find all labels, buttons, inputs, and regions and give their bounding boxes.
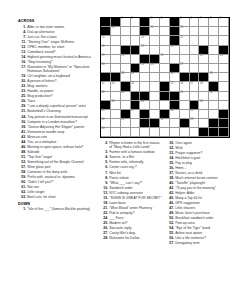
clue-item: 56.Like a life sentence? bbox=[166, 236, 229, 240]
clue-item: 30.Over again bbox=[166, 141, 229, 145]
grid-cell[interactable]: 1 bbox=[121, 18, 131, 27]
grid-cell[interactable]: 30 bbox=[170, 73, 180, 82]
clue-text: Wish bbox=[175, 146, 229, 150]
down-clues-column-2: 30.Over again32.Wish33.Prayer supporter?… bbox=[166, 141, 229, 246]
grid-cell[interactable] bbox=[111, 119, 121, 128]
clue-item: 35.Pay to play bbox=[166, 161, 229, 165]
grid-cell[interactable]: 48 bbox=[170, 110, 180, 119]
grid-cell[interactable] bbox=[190, 46, 200, 55]
clue-number: 55. bbox=[166, 231, 175, 235]
grid-cell[interactable] bbox=[140, 128, 150, 137]
clue-item: 57.Derogatory term bbox=[166, 241, 229, 245]
clue-text: Center court org.? bbox=[109, 165, 162, 169]
clue-number: 2. bbox=[100, 141, 109, 150]
grid-cell-black bbox=[101, 18, 111, 27]
grid-cell[interactable]: 39 bbox=[101, 92, 111, 101]
grid-cell[interactable]: 12 bbox=[180, 27, 190, 36]
clue-text: "SIGNS IS GREAT FOR SECRET" bbox=[109, 196, 162, 200]
grid-cell-black bbox=[209, 119, 219, 128]
clue-text: Lawn base bbox=[109, 201, 162, 205]
clue-item: 41.Vietnamese noodle soup bbox=[18, 130, 98, 134]
clue-text: Dial-up alternative bbox=[27, 30, 98, 34]
grid-cell[interactable]: 51 bbox=[121, 119, 131, 128]
clue-text: Vietnamese noodle soup bbox=[27, 130, 98, 134]
grid-cell[interactable] bbox=[150, 82, 160, 91]
grid-cell[interactable] bbox=[180, 110, 190, 119]
cell-number: 9 bbox=[220, 18, 221, 21]
clue-text: "Wise Blood" writer Flannery bbox=[109, 206, 162, 210]
clue-number: 7. bbox=[100, 171, 109, 175]
clue-text: Over again bbox=[175, 141, 229, 145]
grid-cell[interactable] bbox=[150, 110, 160, 119]
down-clues-column-1: 2.Rhyme scheme in the first stanza of "M… bbox=[100, 141, 162, 241]
grid-cell[interactable]: 35 bbox=[170, 82, 180, 91]
clue-text: Not con bbox=[27, 185, 98, 189]
grid-cell[interactable] bbox=[219, 27, 229, 36]
clue-item: 25.Modern art? bbox=[100, 221, 162, 225]
cell-number: 32 bbox=[102, 83, 105, 86]
clue-number: 1. bbox=[18, 25, 27, 29]
cell-number: 54 bbox=[102, 128, 105, 131]
clue-number: 33. bbox=[166, 151, 175, 155]
grid-cell[interactable] bbox=[199, 27, 209, 36]
clue-number: 62. bbox=[18, 190, 27, 194]
grid-cell[interactable]: 20 bbox=[121, 55, 131, 64]
grid-cell[interactable] bbox=[150, 46, 160, 55]
grid-cell[interactable]: 53 bbox=[190, 119, 200, 128]
clue-text: Former wife, informally bbox=[109, 160, 162, 164]
grid-cell[interactable] bbox=[180, 101, 190, 110]
grid-cell[interactable]: 8 bbox=[209, 18, 219, 27]
grid-cell[interactable] bbox=[209, 46, 219, 55]
grid-cell[interactable]: 42 bbox=[209, 92, 219, 101]
grid-cell[interactable] bbox=[170, 128, 180, 137]
clue-number: 13. bbox=[18, 50, 27, 54]
grid-cell[interactable] bbox=[140, 82, 150, 91]
grid-cell[interactable] bbox=[209, 101, 219, 110]
grid-cell[interactable] bbox=[209, 110, 219, 119]
cell-number: 29 bbox=[131, 73, 134, 76]
grid-cell[interactable] bbox=[170, 55, 180, 64]
clue-text: Hmm... bbox=[175, 166, 229, 170]
grid-cell[interactable]: 27 bbox=[180, 64, 190, 73]
clue-number: 25. bbox=[18, 94, 27, 98]
clue-item: 47.Little shavers bbox=[166, 206, 229, 210]
grid-cell[interactable]: 11 bbox=[150, 27, 160, 36]
clue-number: 21. bbox=[100, 206, 109, 210]
clue-number: 50. bbox=[166, 216, 175, 220]
grid-cell[interactable]: 10 bbox=[111, 27, 121, 36]
grid-cell[interactable] bbox=[219, 92, 229, 101]
clue-number: 52. bbox=[18, 160, 27, 164]
grid-cell[interactable] bbox=[131, 55, 141, 64]
grid-cell[interactable] bbox=[150, 128, 160, 137]
grid-cell[interactable] bbox=[121, 27, 131, 36]
grid-cell[interactable] bbox=[190, 36, 200, 45]
clue-number: 14. bbox=[18, 55, 27, 59]
grid-cell[interactable]: 41 bbox=[180, 92, 190, 101]
clue-text: Rub in antiquity? bbox=[109, 211, 162, 215]
grid-cell[interactable] bbox=[219, 101, 229, 110]
grid-cell[interactable] bbox=[160, 73, 170, 82]
grid-cell-black bbox=[209, 128, 219, 137]
grid-cell[interactable] bbox=[160, 64, 170, 73]
clue-number: 51. bbox=[18, 155, 27, 159]
grid-cell[interactable]: 44 bbox=[140, 101, 150, 110]
clue-number: 54. bbox=[166, 226, 175, 230]
clue-number: 34. bbox=[18, 115, 27, 119]
grid-cell[interactable] bbox=[190, 128, 200, 137]
clue-number: 6. bbox=[100, 165, 109, 169]
cell-number: 10 bbox=[111, 27, 114, 30]
clue-item: 7.Wee bit bbox=[100, 171, 162, 175]
clue-item: 11."Starting Over" singer McEntire bbox=[18, 40, 98, 44]
grid-cell[interactable] bbox=[111, 64, 121, 73]
clue-number: 36. bbox=[166, 166, 175, 170]
clue-number: 18. bbox=[100, 201, 109, 205]
grid-cell[interactable] bbox=[160, 101, 170, 110]
clue-item: 48.Subside bbox=[18, 150, 98, 154]
grid-cell[interactable] bbox=[150, 101, 160, 110]
clue-text: "Tartuffe" playwright bbox=[175, 181, 229, 185]
clue-text: Taxis bbox=[27, 99, 98, 103]
grid-cell[interactable] bbox=[150, 92, 160, 101]
grid-cell[interactable] bbox=[160, 36, 170, 45]
grid-cell[interactable] bbox=[209, 36, 219, 45]
cell-number: 31 bbox=[210, 73, 213, 76]
clue-item: 16."Stop hesitating!" bbox=[18, 60, 98, 64]
grid-cell[interactable] bbox=[140, 73, 150, 82]
grid-cell[interactable]: 54 bbox=[101, 128, 111, 137]
clue-text: Prayer supporter? bbox=[175, 151, 229, 155]
cell-number: 8 bbox=[210, 18, 211, 21]
grid-cell[interactable] bbox=[190, 27, 200, 36]
cell-number: 52 bbox=[161, 119, 164, 122]
clue-number: 35. bbox=[166, 161, 175, 165]
clue-text: Modern art? bbox=[109, 221, 162, 225]
grid-cell[interactable]: 2 bbox=[131, 18, 141, 27]
grid-cell[interactable] bbox=[121, 101, 131, 110]
cell-number: 37 bbox=[190, 83, 193, 86]
clue-number: 46. bbox=[18, 145, 27, 149]
clue-number: 4. bbox=[18, 30, 27, 34]
clue-item: 40."Tartuffe" playwright bbox=[166, 181, 229, 185]
clue-text: Pay to play bbox=[175, 161, 229, 165]
clue-number: 28. bbox=[100, 236, 109, 240]
grid-cell[interactable] bbox=[190, 64, 200, 73]
across-header: ACROSS bbox=[18, 19, 98, 24]
clue-text: NYC subway overseer bbox=[109, 191, 162, 195]
grid-cell[interactable]: 7 bbox=[199, 18, 209, 27]
grid-cell[interactable]: 43 bbox=[111, 101, 121, 110]
grid-cell[interactable]: 28 bbox=[121, 73, 131, 82]
cell-number: 24 bbox=[102, 64, 105, 67]
clue-text: Farmer with a famous rainbow bbox=[109, 150, 162, 154]
cell-number: 49 bbox=[190, 110, 193, 113]
clue-number: 27. bbox=[100, 231, 109, 235]
crossword-grid[interactable]: 1234567891011121314151617181920212223242… bbox=[100, 17, 230, 138]
crossword-page: ACROSS 1.Abbr. in two state names4.Dial-… bbox=[0, 0, 232, 300]
clue-text: Compete in a London marathon? bbox=[27, 120, 98, 124]
clue-item: 61.Not con bbox=[18, 185, 98, 189]
clue-text: "Stop hesitating!" bbox=[27, 60, 98, 64]
clue-text: Nurses, as a drink bbox=[175, 171, 229, 175]
down-clue-list-2: 30.Over again32.Wish33.Prayer supporter?… bbox=[166, 141, 229, 246]
grid-cell[interactable]: 33 bbox=[111, 82, 121, 91]
grid-cell[interactable]: 9 bbox=[219, 18, 229, 27]
grid-cell[interactable] bbox=[111, 128, 121, 137]
clue-item: 4.Dial-up alternative bbox=[18, 30, 98, 34]
grid-cell[interactable] bbox=[170, 119, 180, 128]
cell-number: 27 bbox=[180, 64, 183, 67]
grid-cell-black bbox=[140, 110, 150, 119]
grid-cell-black bbox=[199, 128, 209, 137]
clue-text: "Eye of the Tiger" band bbox=[175, 226, 229, 230]
clue-number: 43. bbox=[18, 135, 27, 139]
clue-item: 14.Highest-grossing music festival in Am… bbox=[18, 55, 98, 59]
grid-cell[interactable] bbox=[131, 36, 141, 45]
grid-cell[interactable] bbox=[219, 36, 229, 45]
grid-cell[interactable] bbox=[190, 92, 200, 101]
grid-cell[interactable] bbox=[150, 73, 160, 82]
clue-text: Basketball's Channing bbox=[27, 109, 98, 113]
cell-number: 30 bbox=[171, 73, 174, 76]
grid-cell[interactable] bbox=[111, 110, 121, 119]
grid-cell[interactable] bbox=[121, 128, 131, 137]
cell-number: 28 bbox=[121, 73, 124, 76]
cell-number: 12 bbox=[180, 27, 183, 30]
cell-number: 46 bbox=[102, 110, 105, 113]
clue-number: 12. bbox=[18, 45, 27, 49]
clue-number: 39. bbox=[18, 125, 27, 129]
grid-cell[interactable] bbox=[111, 55, 121, 64]
grid-cell-black bbox=[180, 119, 190, 128]
cell-number: 15 bbox=[180, 37, 183, 40]
grid-cell[interactable]: 18 bbox=[170, 46, 180, 55]
clue-text: Little singer bbox=[27, 190, 98, 194]
grid-cell[interactable] bbox=[150, 36, 160, 45]
grid-cell[interactable] bbox=[111, 46, 121, 55]
grid-cell-black bbox=[131, 46, 141, 55]
cell-number: 39 bbox=[102, 92, 105, 95]
grid-cell[interactable]: 25 bbox=[140, 64, 150, 73]
grid-cell[interactable]: 26 bbox=[150, 64, 160, 73]
clue-number: 19. bbox=[18, 74, 27, 78]
clue-item: 37.Nurses, as a drink bbox=[166, 171, 229, 175]
grid-cell-black bbox=[111, 73, 121, 82]
clue-text: Wee bit bbox=[109, 171, 162, 175]
clue-item: 52.Post-op area bbox=[166, 221, 229, 225]
clue-item: 4.Swerve, to a Brit bbox=[100, 155, 162, 159]
clue-number: 48. bbox=[18, 150, 27, 154]
grid-cell[interactable] bbox=[219, 64, 229, 73]
grid-cell[interactable] bbox=[199, 36, 209, 45]
cell-number: 47 bbox=[131, 110, 134, 113]
grid-cell-black bbox=[101, 73, 111, 82]
grid-cell-black bbox=[160, 92, 170, 101]
grid-cell[interactable] bbox=[160, 128, 170, 137]
cell-number: 45 bbox=[200, 101, 203, 104]
cell-number: 16 bbox=[102, 46, 105, 49]
grid-cell[interactable] bbox=[121, 36, 131, 45]
grid-cell[interactable]: 29 bbox=[131, 73, 141, 82]
clue-number: 4. bbox=[100, 155, 109, 159]
grid-cell[interactable] bbox=[219, 73, 229, 82]
clue-item: 43.Mexican coin bbox=[18, 135, 98, 139]
clue-item: 39."Dancer Adjusting Her Slipper" painte… bbox=[18, 125, 98, 129]
grid-cell[interactable]: 31 bbox=[209, 73, 219, 82]
grid-cell[interactable]: 6 bbox=[190, 18, 200, 27]
clue-text: "What ___ can I say?" bbox=[109, 181, 162, 185]
clue-number: 45. bbox=[166, 196, 175, 200]
clue-text: Sarcastic reply bbox=[109, 226, 162, 230]
clue-text: Helper: Abbr. bbox=[175, 191, 229, 195]
grid-cell[interactable] bbox=[199, 64, 209, 73]
clue-item: 8.Poetic tribute bbox=[100, 176, 162, 180]
clue-item: 13.Comeback sound? bbox=[18, 50, 98, 54]
clue-item: 33.Prayer supporter? bbox=[166, 151, 229, 155]
grid-cell[interactable] bbox=[111, 36, 121, 45]
clue-item: 12.OPEC member, for short bbox=[18, 45, 98, 49]
clue-text: Nickname for Dallas bbox=[109, 236, 162, 240]
grid-cell[interactable] bbox=[131, 27, 141, 36]
clue-number: 1. bbox=[18, 207, 27, 211]
down-header: DOWN bbox=[18, 202, 98, 207]
grid-cell[interactable] bbox=[209, 55, 219, 64]
grid-cell-black bbox=[170, 27, 180, 36]
clue-text: Just cut, like a lawn bbox=[27, 35, 98, 39]
clue-text: Airline seat option bbox=[175, 231, 229, 235]
grid-cell[interactable] bbox=[131, 119, 141, 128]
clue-text: Ctrl neighbor, on a keyboard bbox=[27, 74, 98, 78]
clue-number: 30. bbox=[166, 141, 175, 145]
grid-cell[interactable]: 38 bbox=[199, 82, 209, 91]
clue-number: 29. bbox=[18, 104, 27, 108]
across-clue-list: 1.Abbr. in two state names4.Dial-up alte… bbox=[18, 25, 98, 199]
clue-number: 46. bbox=[166, 201, 175, 205]
grid-cell[interactable]: 40 bbox=[121, 92, 131, 101]
grid-cell[interactable]: 21 bbox=[160, 55, 170, 64]
grid-cell[interactable] bbox=[199, 119, 209, 128]
cell-number: 4 bbox=[161, 18, 162, 21]
clue-item: 57.Wine glass part bbox=[18, 165, 98, 169]
grid-cell[interactable] bbox=[190, 55, 200, 64]
cell-number: 7 bbox=[200, 18, 201, 21]
clue-item: 54."Eye of the Tiger" band bbox=[166, 226, 229, 230]
grid-cell[interactable] bbox=[180, 128, 190, 137]
cell-number: 36 bbox=[180, 83, 183, 86]
clue-item: 22.Rub in antiquity? bbox=[100, 211, 162, 215]
clue-item: 58.Container in the dairy aisle bbox=[18, 170, 98, 174]
clue-number: 24. bbox=[100, 216, 109, 220]
grid-cell[interactable]: 15 bbox=[180, 36, 190, 45]
clue-item: 23.Handle, as power bbox=[18, 89, 98, 93]
clue-number: 10. bbox=[100, 186, 109, 190]
clue-text: Sandwich order bbox=[109, 186, 162, 190]
clue-number: 43. bbox=[166, 191, 175, 195]
clue-item: 63.Beef cuts, for short bbox=[18, 195, 98, 199]
clue-text: Comeback sound? bbox=[27, 50, 98, 54]
clue-number: 52. bbox=[166, 221, 175, 225]
clue-number: 36. bbox=[18, 120, 27, 124]
cell-number: 18 bbox=[171, 46, 174, 49]
clue-text: Many a Top 40 hit bbox=[175, 196, 229, 200]
grid-cell-black bbox=[140, 119, 150, 128]
grid-cell[interactable]: 23 bbox=[219, 55, 229, 64]
grid-cell-black bbox=[170, 92, 180, 101]
clue-item: 49.Music lover's purchase bbox=[166, 211, 229, 215]
clue-text: "Dancer Adjusting Her Slipper" painter bbox=[27, 125, 98, 129]
clue-number: 49. bbox=[166, 211, 175, 215]
clue-number: 5. bbox=[100, 160, 109, 164]
clue-item: 43.Helper: Abbr. bbox=[166, 191, 229, 195]
cell-number: 22 bbox=[200, 55, 203, 58]
clue-number: 3. bbox=[100, 150, 109, 154]
cell-number: 34 bbox=[131, 83, 134, 86]
clue-text: Breakfast sandwich order bbox=[175, 216, 229, 220]
clue-text: Rhyme scheme in the first stanza of "Mar… bbox=[109, 141, 162, 150]
cell-number: 20 bbox=[121, 55, 124, 58]
grid-cell[interactable] bbox=[209, 27, 219, 36]
grid-cell-black bbox=[101, 27, 111, 36]
grid-cell[interactable]: 17 bbox=[140, 46, 150, 55]
cell-number: 43 bbox=[111, 101, 114, 104]
clue-item: 15."SIGNS IS GREAT FOR SECRET" bbox=[100, 196, 162, 200]
grid-cell-black bbox=[199, 73, 209, 82]
clue-item: 60."Didn't I tell you?" bbox=[18, 180, 98, 184]
grid-cell[interactable] bbox=[160, 27, 170, 36]
grid-cell-black bbox=[219, 119, 229, 128]
grid-cell[interactable]: 37 bbox=[190, 82, 200, 91]
clue-number: 9. bbox=[100, 181, 109, 185]
cell-number: 33 bbox=[111, 83, 114, 86]
grid-cell[interactable]: 47 bbox=[131, 110, 141, 119]
grid-cell[interactable]: 52 bbox=[160, 119, 170, 128]
clue-text: Subside bbox=[27, 150, 98, 154]
grid-cell[interactable]: 24 bbox=[101, 64, 111, 73]
clue-text: Something out of the Beagle Channel bbox=[27, 160, 98, 164]
clue-item: 20.A person of letters? bbox=[18, 79, 98, 83]
clue-item: 50.Breakfast sandwich order bbox=[166, 216, 229, 220]
grid-cell[interactable]: 34 bbox=[131, 82, 141, 91]
clue-item: 62.Little singer bbox=[18, 190, 98, 194]
grid-cell-black bbox=[150, 119, 160, 128]
clue-item: 38.Much internet forum content bbox=[166, 176, 229, 180]
clue-number: 16. bbox=[18, 60, 27, 64]
clue-item: 36.Compete in a London marathon? bbox=[18, 120, 98, 124]
grid-cell[interactable] bbox=[180, 46, 190, 55]
grid-cell-black bbox=[219, 128, 229, 137]
grid-cell[interactable] bbox=[219, 82, 229, 91]
grid-cell[interactable]: 4 bbox=[160, 18, 170, 27]
clue-text: Like a life sentence? bbox=[175, 236, 229, 240]
clue-item: 6.Center court org.? bbox=[100, 165, 162, 169]
clue-item: 34.Hitchhiker's goal bbox=[166, 156, 229, 160]
clue-number: 11. bbox=[18, 40, 27, 44]
grid-cell[interactable] bbox=[199, 110, 209, 119]
cell-number: 26 bbox=[151, 64, 154, 67]
clue-number: 20. bbox=[18, 79, 27, 83]
clue-text: Highest-grossing music festival in Ameri… bbox=[27, 55, 98, 59]
cell-number: 38 bbox=[200, 83, 203, 86]
grid-cell[interactable] bbox=[131, 128, 141, 137]
clue-item: 1.Abbr. in two state names bbox=[18, 25, 98, 29]
grid-cell[interactable]: 45 bbox=[199, 101, 209, 110]
grid-cell[interactable]: 22 bbox=[199, 55, 209, 64]
clue-number: 26. bbox=[100, 226, 109, 230]
grid-cell-black bbox=[140, 27, 150, 36]
clue-text: Little shavers bbox=[175, 206, 229, 210]
